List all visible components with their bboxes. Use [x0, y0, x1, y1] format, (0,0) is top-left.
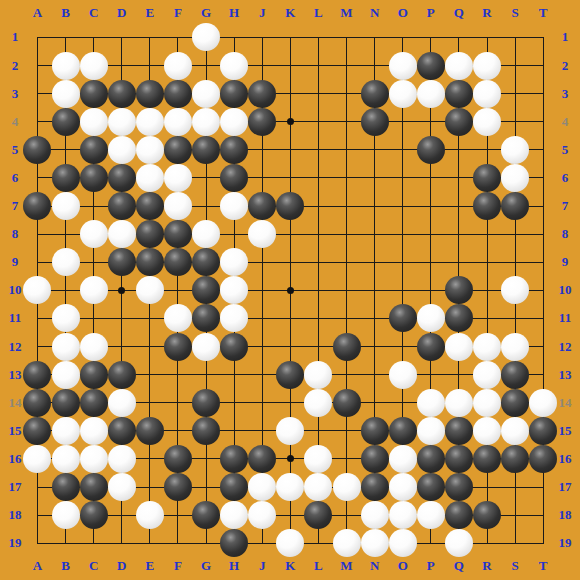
white-stone — [164, 304, 192, 332]
col-label-top: B — [54, 5, 78, 21]
white-stone — [304, 445, 332, 473]
black-stone — [248, 80, 276, 108]
black-stone — [529, 445, 557, 473]
black-stone — [248, 192, 276, 220]
col-label-top: S — [503, 5, 527, 21]
row-label-left: 6 — [3, 170, 27, 186]
black-stone — [23, 192, 51, 220]
white-stone — [52, 501, 80, 529]
row-label-right: 10 — [553, 282, 577, 298]
black-stone — [417, 52, 445, 80]
white-stone — [389, 501, 417, 529]
black-stone — [164, 220, 192, 248]
white-stone — [417, 80, 445, 108]
row-label-right: 4 — [553, 114, 577, 130]
black-stone — [445, 108, 473, 136]
col-label-top: L — [306, 5, 330, 21]
black-stone — [417, 136, 445, 164]
col-label-bottom: J — [250, 558, 274, 574]
white-stone — [80, 276, 108, 304]
col-label-bottom: R — [475, 558, 499, 574]
black-stone — [136, 192, 164, 220]
white-stone — [333, 473, 361, 501]
row-label-right: 5 — [553, 142, 577, 158]
col-label-top: A — [25, 5, 49, 21]
col-label-bottom: H — [222, 558, 246, 574]
white-stone — [304, 361, 332, 389]
white-stone — [473, 333, 501, 361]
black-stone — [501, 389, 529, 417]
white-stone — [417, 417, 445, 445]
white-stone — [389, 361, 417, 389]
black-stone — [501, 361, 529, 389]
black-stone — [80, 473, 108, 501]
col-label-bottom: E — [138, 558, 162, 574]
white-stone — [501, 276, 529, 304]
black-stone — [248, 108, 276, 136]
black-stone — [304, 501, 332, 529]
white-stone — [52, 417, 80, 445]
black-stone — [445, 473, 473, 501]
black-stone — [220, 473, 248, 501]
row-label-right: 12 — [553, 339, 577, 355]
white-stone — [389, 445, 417, 473]
white-stone — [52, 304, 80, 332]
black-stone — [136, 80, 164, 108]
black-stone — [52, 389, 80, 417]
white-stone — [501, 164, 529, 192]
black-stone — [108, 164, 136, 192]
black-stone — [361, 473, 389, 501]
black-stone — [361, 108, 389, 136]
white-stone — [136, 136, 164, 164]
black-stone — [333, 333, 361, 361]
white-stone — [445, 52, 473, 80]
white-stone — [192, 23, 220, 51]
black-stone — [220, 445, 248, 473]
white-stone — [529, 389, 557, 417]
white-stone — [304, 389, 332, 417]
white-stone — [445, 389, 473, 417]
white-stone — [304, 473, 332, 501]
white-stone — [80, 333, 108, 361]
col-label-top: Q — [447, 5, 471, 21]
row-label-right: 17 — [553, 479, 577, 495]
row-label-left: 2 — [3, 58, 27, 74]
white-stone — [248, 220, 276, 248]
row-label-left: 8 — [3, 226, 27, 242]
row-label-right: 7 — [553, 198, 577, 214]
black-stone — [389, 304, 417, 332]
white-stone — [52, 248, 80, 276]
black-stone — [52, 164, 80, 192]
row-label-left: 4 — [3, 114, 27, 130]
row-label-left: 19 — [3, 535, 27, 551]
white-stone — [52, 80, 80, 108]
black-stone — [192, 304, 220, 332]
white-stone — [248, 473, 276, 501]
black-stone — [192, 136, 220, 164]
black-stone — [108, 192, 136, 220]
white-stone — [473, 108, 501, 136]
black-stone — [220, 529, 248, 557]
star-point — [287, 118, 294, 125]
row-label-right: 18 — [553, 507, 577, 523]
black-stone — [361, 417, 389, 445]
black-stone — [445, 276, 473, 304]
col-label-bottom: B — [54, 558, 78, 574]
white-stone — [389, 52, 417, 80]
grid-line-v — [346, 37, 347, 544]
black-stone — [136, 220, 164, 248]
black-stone — [136, 248, 164, 276]
black-stone — [445, 417, 473, 445]
col-label-top: H — [222, 5, 246, 21]
black-stone — [164, 445, 192, 473]
white-stone — [220, 52, 248, 80]
black-stone — [52, 108, 80, 136]
white-stone — [108, 473, 136, 501]
row-label-right: 3 — [553, 86, 577, 102]
white-stone — [192, 108, 220, 136]
black-stone — [473, 501, 501, 529]
black-stone — [23, 361, 51, 389]
col-label-bottom: N — [363, 558, 387, 574]
row-label-left: 9 — [3, 254, 27, 270]
black-stone — [220, 333, 248, 361]
col-label-bottom: C — [82, 558, 106, 574]
white-stone — [501, 136, 529, 164]
white-stone — [108, 445, 136, 473]
black-stone — [192, 248, 220, 276]
black-stone — [276, 361, 304, 389]
black-stone — [108, 361, 136, 389]
black-stone — [445, 501, 473, 529]
white-stone — [108, 108, 136, 136]
white-stone — [52, 192, 80, 220]
col-label-bottom: T — [531, 558, 555, 574]
col-label-bottom: K — [278, 558, 302, 574]
white-stone — [220, 248, 248, 276]
white-stone — [445, 333, 473, 361]
star-point — [287, 287, 294, 294]
white-stone — [276, 529, 304, 557]
white-stone — [164, 164, 192, 192]
col-label-top: R — [475, 5, 499, 21]
row-label-right: 1 — [553, 29, 577, 45]
white-stone — [136, 164, 164, 192]
row-label-right: 8 — [553, 226, 577, 242]
black-stone — [417, 333, 445, 361]
star-point — [287, 455, 294, 462]
black-stone — [164, 80, 192, 108]
white-stone — [52, 361, 80, 389]
col-label-top: F — [166, 5, 190, 21]
row-label-right: 13 — [553, 367, 577, 383]
black-stone — [389, 417, 417, 445]
col-label-bottom: S — [503, 558, 527, 574]
black-stone — [445, 445, 473, 473]
black-stone — [80, 80, 108, 108]
star-point — [118, 287, 125, 294]
black-stone — [136, 417, 164, 445]
col-label-bottom: L — [306, 558, 330, 574]
white-stone — [361, 529, 389, 557]
white-stone — [80, 417, 108, 445]
black-stone — [164, 333, 192, 361]
white-stone — [52, 52, 80, 80]
black-stone — [23, 389, 51, 417]
col-label-bottom: M — [335, 558, 359, 574]
white-stone — [136, 501, 164, 529]
black-stone — [108, 417, 136, 445]
black-stone — [23, 417, 51, 445]
go-board[interactable]: AABBCCDDEEFFGGHHJJKKLLMMNNOOPPQQRRSSTT11… — [0, 0, 580, 580]
black-stone — [473, 445, 501, 473]
black-stone — [473, 192, 501, 220]
white-stone — [80, 220, 108, 248]
row-label-right: 9 — [553, 254, 577, 270]
white-stone — [80, 445, 108, 473]
white-stone — [417, 501, 445, 529]
col-label-top: T — [531, 5, 555, 21]
row-label-left: 12 — [3, 339, 27, 355]
white-stone — [361, 501, 389, 529]
black-stone — [501, 445, 529, 473]
black-stone — [417, 473, 445, 501]
white-stone — [445, 529, 473, 557]
black-stone — [501, 192, 529, 220]
white-stone — [192, 80, 220, 108]
black-stone — [529, 417, 557, 445]
white-stone — [473, 52, 501, 80]
black-stone — [361, 445, 389, 473]
white-stone — [136, 108, 164, 136]
black-stone — [361, 80, 389, 108]
white-stone — [473, 389, 501, 417]
white-stone — [192, 333, 220, 361]
black-stone — [164, 473, 192, 501]
row-label-left: 11 — [3, 310, 27, 326]
black-stone — [192, 417, 220, 445]
black-stone — [333, 389, 361, 417]
white-stone — [220, 108, 248, 136]
col-label-top: D — [110, 5, 134, 21]
black-stone — [80, 136, 108, 164]
col-label-top: G — [194, 5, 218, 21]
white-stone — [164, 108, 192, 136]
white-stone — [276, 473, 304, 501]
black-stone — [417, 445, 445, 473]
white-stone — [501, 417, 529, 445]
black-stone — [220, 164, 248, 192]
white-stone — [389, 80, 417, 108]
white-stone — [220, 276, 248, 304]
black-stone — [248, 445, 276, 473]
row-label-left: 1 — [3, 29, 27, 45]
black-stone — [445, 80, 473, 108]
row-label-right: 6 — [553, 170, 577, 186]
white-stone — [417, 389, 445, 417]
col-label-top: C — [82, 5, 106, 21]
white-stone — [164, 192, 192, 220]
white-stone — [80, 108, 108, 136]
white-stone — [220, 501, 248, 529]
row-label-left: 3 — [3, 86, 27, 102]
col-label-top: N — [363, 5, 387, 21]
black-stone — [276, 192, 304, 220]
white-stone — [417, 304, 445, 332]
white-stone — [80, 52, 108, 80]
white-stone — [192, 220, 220, 248]
col-label-top: P — [419, 5, 443, 21]
black-stone — [192, 276, 220, 304]
black-stone — [23, 136, 51, 164]
black-stone — [80, 389, 108, 417]
black-stone — [220, 136, 248, 164]
white-stone — [164, 52, 192, 80]
black-stone — [192, 501, 220, 529]
col-label-bottom: G — [194, 558, 218, 574]
black-stone — [80, 164, 108, 192]
white-stone — [136, 276, 164, 304]
white-stone — [333, 529, 361, 557]
black-stone — [164, 136, 192, 164]
white-stone — [389, 473, 417, 501]
black-stone — [192, 389, 220, 417]
black-stone — [108, 248, 136, 276]
white-stone — [108, 389, 136, 417]
black-stone — [80, 361, 108, 389]
row-label-left: 18 — [3, 507, 27, 523]
col-label-top: J — [250, 5, 274, 21]
white-stone — [23, 276, 51, 304]
white-stone — [108, 136, 136, 164]
black-stone — [164, 248, 192, 276]
col-label-bottom: P — [419, 558, 443, 574]
white-stone — [220, 192, 248, 220]
white-stone — [473, 417, 501, 445]
white-stone — [220, 304, 248, 332]
white-stone — [248, 501, 276, 529]
row-label-right: 2 — [553, 58, 577, 74]
white-stone — [52, 333, 80, 361]
black-stone — [108, 80, 136, 108]
white-stone — [473, 361, 501, 389]
white-stone — [473, 80, 501, 108]
col-label-bottom: Q — [447, 558, 471, 574]
col-label-top: K — [278, 5, 302, 21]
col-label-top: O — [391, 5, 415, 21]
col-label-top: M — [335, 5, 359, 21]
col-label-top: E — [138, 5, 162, 21]
white-stone — [389, 529, 417, 557]
black-stone — [52, 473, 80, 501]
black-stone — [473, 164, 501, 192]
row-label-right: 11 — [553, 310, 577, 326]
black-stone — [80, 501, 108, 529]
white-stone — [23, 445, 51, 473]
white-stone — [52, 445, 80, 473]
black-stone — [445, 304, 473, 332]
white-stone — [276, 417, 304, 445]
col-label-bottom: F — [166, 558, 190, 574]
col-label-bottom: A — [25, 558, 49, 574]
col-label-bottom: O — [391, 558, 415, 574]
row-label-right: 19 — [553, 535, 577, 551]
col-label-bottom: D — [110, 558, 134, 574]
white-stone — [501, 333, 529, 361]
row-label-left: 17 — [3, 479, 27, 495]
black-stone — [220, 80, 248, 108]
white-stone — [108, 220, 136, 248]
